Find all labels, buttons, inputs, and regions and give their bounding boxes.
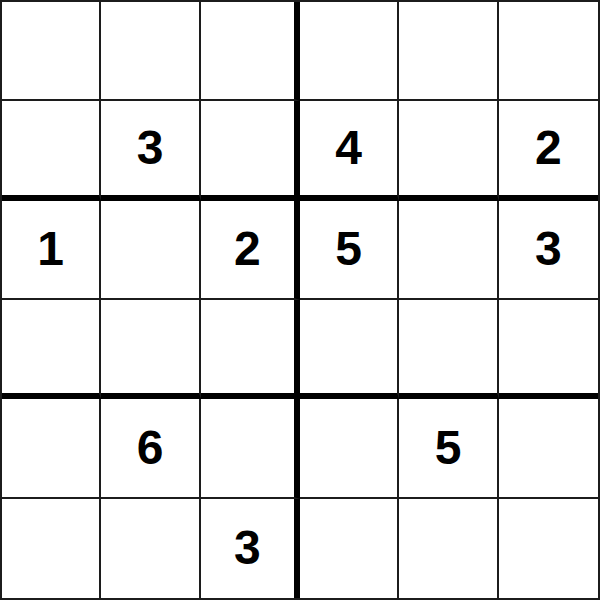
sudoku-cell-r3c5[interactable] bbox=[399, 201, 498, 300]
sudoku-cell-r1c6[interactable] bbox=[499, 2, 598, 101]
sudoku-cell-r6c4[interactable] bbox=[300, 499, 399, 598]
sudoku-cell-r4c4[interactable] bbox=[300, 300, 399, 399]
sudoku-cell-r5c4[interactable] bbox=[300, 399, 399, 498]
sudoku-cell-r3c6[interactable]: 3 bbox=[499, 201, 598, 300]
sudoku-cell-r3c1[interactable]: 1 bbox=[2, 201, 101, 300]
sudoku-cell-r1c2[interactable] bbox=[101, 2, 200, 101]
sudoku-cell-r1c1[interactable] bbox=[2, 2, 101, 101]
sudoku-cell-r5c6[interactable] bbox=[499, 399, 598, 498]
sudoku-cell-r4c2[interactable] bbox=[101, 300, 200, 399]
sudoku-cell-r4c6[interactable] bbox=[499, 300, 598, 399]
sudoku-cell-r5c2[interactable]: 6 bbox=[101, 399, 200, 498]
sudoku-cell-r3c2[interactable] bbox=[101, 201, 200, 300]
sudoku-cell-r3c3[interactable]: 2 bbox=[201, 201, 300, 300]
sudoku-cell-r2c3[interactable] bbox=[201, 101, 300, 200]
sudoku-cell-r2c4[interactable]: 4 bbox=[300, 101, 399, 200]
sudoku-cell-r2c2[interactable]: 3 bbox=[101, 101, 200, 200]
sudoku-cell-r4c3[interactable] bbox=[201, 300, 300, 399]
sudoku-cell-r6c3[interactable]: 3 bbox=[201, 499, 300, 598]
sudoku-cell-r5c1[interactable] bbox=[2, 399, 101, 498]
sudoku-cell-r1c5[interactable] bbox=[399, 2, 498, 101]
sudoku-cell-r6c6[interactable] bbox=[499, 499, 598, 598]
sudoku-cell-r6c5[interactable] bbox=[399, 499, 498, 598]
sudoku-cell-r6c1[interactable] bbox=[2, 499, 101, 598]
sudoku-cell-r2c1[interactable] bbox=[2, 101, 101, 200]
sudoku-cell-r2c6[interactable]: 2 bbox=[499, 101, 598, 200]
sudoku-cell-r5c3[interactable] bbox=[201, 399, 300, 498]
sudoku-cell-r6c2[interactable] bbox=[101, 499, 200, 598]
sudoku-cell-r2c5[interactable] bbox=[399, 101, 498, 200]
sudoku-cell-r1c3[interactable] bbox=[201, 2, 300, 101]
sudoku-cell-r1c4[interactable] bbox=[300, 2, 399, 101]
sudoku-cell-r3c4[interactable]: 5 bbox=[300, 201, 399, 300]
sudoku-cell-r5c5[interactable]: 5 bbox=[399, 399, 498, 498]
sudoku-cell-r4c5[interactable] bbox=[399, 300, 498, 399]
sudoku-board: 3421253653 bbox=[0, 0, 600, 600]
sudoku-cell-r4c1[interactable] bbox=[2, 300, 101, 399]
